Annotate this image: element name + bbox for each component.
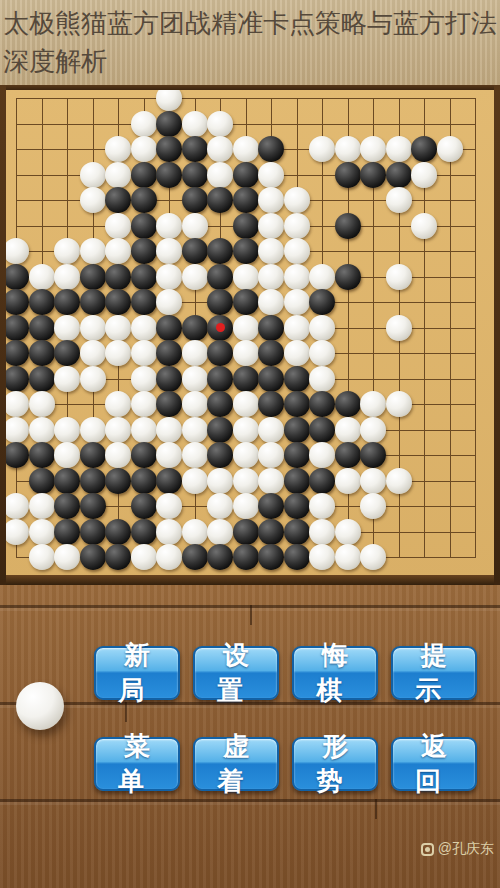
- title-bar: 太极熊猫蓝方团战精准卡点策略与蓝方打法深度解析: [0, 0, 500, 85]
- white-stone: [131, 391, 157, 417]
- black-stone: [29, 315, 55, 341]
- white-stone: [258, 442, 284, 468]
- black-stone: [182, 315, 208, 341]
- hint-button[interactable]: 提示: [391, 646, 477, 700]
- black-stone: [131, 162, 157, 188]
- white-stone: [131, 136, 157, 162]
- black-stone: [3, 315, 29, 341]
- white-stone: [386, 264, 412, 290]
- white-stone: [80, 417, 106, 443]
- weibo-icon: [421, 843, 434, 856]
- black-stone: [207, 340, 233, 366]
- white-stone: [335, 136, 361, 162]
- white-stone: [207, 493, 233, 519]
- white-stone: [309, 366, 335, 392]
- black-stone: [3, 289, 29, 315]
- white-stone: [131, 417, 157, 443]
- white-stone: [105, 391, 131, 417]
- white-stone: [29, 417, 55, 443]
- pass-button[interactable]: 虚着: [193, 737, 279, 791]
- black-stone: [105, 468, 131, 494]
- white-stone: [182, 213, 208, 239]
- white-stone: [3, 391, 29, 417]
- white-stone: [309, 136, 335, 162]
- white-stone: [258, 162, 284, 188]
- black-stone: [233, 162, 259, 188]
- white-stone: [182, 519, 208, 545]
- black-stone: [233, 544, 259, 570]
- white-stone: [182, 264, 208, 290]
- black-stone: [80, 468, 106, 494]
- watermark: @孔庆东: [421, 840, 494, 858]
- board-frame-top: [0, 85, 500, 90]
- white-stone: [3, 417, 29, 443]
- white-stone: [80, 340, 106, 366]
- black-stone: [207, 264, 233, 290]
- watermark-handle: @孔庆东: [438, 840, 494, 858]
- black-stone: [258, 519, 284, 545]
- go-board[interactable]: [0, 85, 500, 585]
- white-stone: [182, 391, 208, 417]
- black-stone: [309, 417, 335, 443]
- white-stone: [105, 340, 131, 366]
- black-stone: [54, 468, 80, 494]
- white-stone: [258, 468, 284, 494]
- white-stone: [156, 544, 182, 570]
- black-stone: [284, 417, 310, 443]
- white-stone: [360, 417, 386, 443]
- white-stone: [284, 340, 310, 366]
- white-stone: [156, 264, 182, 290]
- white-stone: [131, 111, 157, 137]
- black-stone: [258, 544, 284, 570]
- white-stone: [54, 544, 80, 570]
- white-stone: [3, 238, 29, 264]
- black-stone: [207, 391, 233, 417]
- black-stone: [182, 238, 208, 264]
- black-stone: [258, 340, 284, 366]
- black-stone: [335, 442, 361, 468]
- black-stone: [3, 264, 29, 290]
- undo-button[interactable]: 悔棋: [292, 646, 378, 700]
- white-stone: [386, 187, 412, 213]
- black-stone: [131, 213, 157, 239]
- black-stone: [3, 366, 29, 392]
- white-stone: [258, 187, 284, 213]
- black-stone: [309, 289, 335, 315]
- black-stone: [182, 136, 208, 162]
- plank-seam: [250, 605, 252, 625]
- white-stone: [54, 264, 80, 290]
- black-stone: [29, 289, 55, 315]
- black-stone: [233, 366, 259, 392]
- white-stone: [29, 493, 55, 519]
- white-stone: [437, 136, 463, 162]
- white-stone: [182, 468, 208, 494]
- white-stone: [156, 442, 182, 468]
- white-stone: [29, 519, 55, 545]
- black-stone: [284, 442, 310, 468]
- black-stone: [54, 289, 80, 315]
- black-stone: [207, 442, 233, 468]
- black-stone: [54, 519, 80, 545]
- white-stone: [105, 442, 131, 468]
- white-stone: [156, 289, 182, 315]
- black-stone: [207, 366, 233, 392]
- white-stone: [335, 468, 361, 494]
- black-stone: [54, 493, 80, 519]
- white-stone: [131, 366, 157, 392]
- black-stone: [258, 315, 284, 341]
- black-stone: [182, 544, 208, 570]
- white-stone: [360, 391, 386, 417]
- black-stone: [233, 519, 259, 545]
- black-stone: [105, 519, 131, 545]
- black-stone: [360, 442, 386, 468]
- white-stone: [411, 213, 437, 239]
- back-button[interactable]: 返回: [391, 737, 477, 791]
- white-stone: [258, 213, 284, 239]
- white-stone: [80, 366, 106, 392]
- white-stone: [360, 544, 386, 570]
- black-stone: [182, 162, 208, 188]
- white-stone: [29, 391, 55, 417]
- black-stone: [105, 544, 131, 570]
- black-stone: [131, 468, 157, 494]
- white-stone: [29, 264, 55, 290]
- black-stone: [182, 187, 208, 213]
- white-stone: [3, 519, 29, 545]
- black-stone: [233, 213, 259, 239]
- white-stone: [156, 213, 182, 239]
- black-stone: [131, 289, 157, 315]
- black-stone: [284, 544, 310, 570]
- black-stone: [284, 391, 310, 417]
- black-stone: [386, 162, 412, 188]
- white-stone-ball: [16, 682, 64, 730]
- white-stone: [233, 442, 259, 468]
- white-stone: [105, 136, 131, 162]
- white-stone: [284, 315, 310, 341]
- black-stone: [411, 136, 437, 162]
- black-stone: [105, 289, 131, 315]
- white-stone: [105, 417, 131, 443]
- white-stone: [182, 442, 208, 468]
- white-stone: [309, 519, 335, 545]
- black-stone: [309, 468, 335, 494]
- black-stone: [131, 493, 157, 519]
- white-stone: [54, 442, 80, 468]
- white-stone: [309, 264, 335, 290]
- black-stone: [131, 187, 157, 213]
- white-stone: [80, 238, 106, 264]
- white-stone: [54, 366, 80, 392]
- grid-line-vertical: [475, 98, 476, 558]
- white-stone: [411, 162, 437, 188]
- white-stone: [105, 162, 131, 188]
- white-stone: [335, 519, 361, 545]
- white-stone: [386, 136, 412, 162]
- new-game-button[interactable]: 新局: [94, 646, 180, 700]
- black-stone: [335, 162, 361, 188]
- black-stone: [156, 315, 182, 341]
- white-stone: [131, 544, 157, 570]
- white-stone: [335, 417, 361, 443]
- black-stone: [156, 391, 182, 417]
- white-stone: [386, 391, 412, 417]
- black-stone: [284, 493, 310, 519]
- white-stone: [284, 289, 310, 315]
- black-stone: [207, 544, 233, 570]
- black-stone: [360, 162, 386, 188]
- white-stone: [258, 289, 284, 315]
- black-stone: [156, 366, 182, 392]
- white-stone: [105, 315, 131, 341]
- black-stone: [233, 187, 259, 213]
- black-stone: [233, 238, 259, 264]
- black-stone: [80, 442, 106, 468]
- white-stone: [233, 417, 259, 443]
- black-stone: [284, 468, 310, 494]
- white-stone: [258, 264, 284, 290]
- black-stone: [80, 264, 106, 290]
- white-stone: [335, 544, 361, 570]
- white-stone: [207, 136, 233, 162]
- white-stone: [182, 340, 208, 366]
- white-stone: [258, 417, 284, 443]
- white-stone: [80, 162, 106, 188]
- white-stone: [284, 264, 310, 290]
- white-stone: [105, 213, 131, 239]
- black-stone: [156, 111, 182, 137]
- score-estimate-button[interactable]: 形势: [292, 737, 378, 791]
- white-stone: [156, 493, 182, 519]
- black-stone: [335, 391, 361, 417]
- white-stone: [182, 366, 208, 392]
- white-stone: [233, 340, 259, 366]
- bottom-panel: @孔庆东 新局设置悔棋提示菜单虚着形势返回: [0, 585, 500, 888]
- black-stone: [156, 136, 182, 162]
- white-stone: [309, 544, 335, 570]
- black-stone: [29, 366, 55, 392]
- white-stone: [360, 493, 386, 519]
- white-stone: [131, 340, 157, 366]
- black-stone: [335, 213, 361, 239]
- white-stone: [233, 468, 259, 494]
- black-stone: [131, 238, 157, 264]
- white-stone: [233, 391, 259, 417]
- white-stone: [309, 315, 335, 341]
- black-stone: [207, 417, 233, 443]
- black-stone: [131, 442, 157, 468]
- white-stone: [80, 187, 106, 213]
- board-frame-right: [494, 85, 500, 585]
- black-stone: [29, 340, 55, 366]
- white-stone: [360, 136, 386, 162]
- white-stone: [131, 315, 157, 341]
- white-stone: [207, 519, 233, 545]
- white-stone: [233, 136, 259, 162]
- black-stone: [309, 391, 335, 417]
- settings-button[interactable]: 设置: [193, 646, 279, 700]
- white-stone: [156, 238, 182, 264]
- white-stone: [258, 238, 284, 264]
- black-stone: [258, 366, 284, 392]
- white-stone: [80, 315, 106, 341]
- white-stone: [207, 468, 233, 494]
- white-stone: [309, 442, 335, 468]
- board-frame-bottom: [0, 575, 500, 585]
- plank-seam: [375, 799, 377, 819]
- black-stone: [156, 468, 182, 494]
- white-stone: [54, 417, 80, 443]
- white-stone: [29, 544, 55, 570]
- black-stone: [80, 493, 106, 519]
- black-stone: [80, 519, 106, 545]
- white-stone: [284, 213, 310, 239]
- white-stone: [386, 315, 412, 341]
- black-stone: [29, 468, 55, 494]
- white-stone: [156, 519, 182, 545]
- black-stone: [284, 366, 310, 392]
- white-stone: [284, 238, 310, 264]
- black-stone: [54, 340, 80, 366]
- black-stone: [80, 544, 106, 570]
- white-stone: [309, 340, 335, 366]
- white-stone: [54, 238, 80, 264]
- black-stone: [258, 391, 284, 417]
- white-stone: [386, 468, 412, 494]
- black-stone: [156, 162, 182, 188]
- white-stone: [360, 468, 386, 494]
- black-stone: [207, 238, 233, 264]
- board-frame-left: [0, 85, 6, 585]
- white-stone: [182, 111, 208, 137]
- black-stone: [29, 442, 55, 468]
- white-stone: [309, 493, 335, 519]
- white-stone: [54, 315, 80, 341]
- white-stone: [284, 187, 310, 213]
- last-move-marker: [216, 323, 225, 332]
- white-stone: [207, 162, 233, 188]
- black-stone: [258, 493, 284, 519]
- black-stone: [335, 264, 361, 290]
- page-title: 太极熊猫蓝方团战精准卡点策略与蓝方打法深度解析: [3, 4, 497, 80]
- black-stone: [80, 289, 106, 315]
- black-stone: [207, 187, 233, 213]
- black-stone: [131, 519, 157, 545]
- black-stone: [284, 519, 310, 545]
- white-stone: [3, 493, 29, 519]
- white-stone: [207, 111, 233, 137]
- white-stone: [182, 417, 208, 443]
- white-stone: [156, 417, 182, 443]
- black-stone: [105, 187, 131, 213]
- black-stone: [258, 136, 284, 162]
- black-stone: [105, 264, 131, 290]
- menu-button[interactable]: 菜单: [94, 737, 180, 791]
- white-stone: [233, 315, 259, 341]
- black-stone: [156, 340, 182, 366]
- black-stone: [3, 442, 29, 468]
- black-stone: [131, 264, 157, 290]
- white-stone: [105, 238, 131, 264]
- grid-line-vertical: [450, 98, 451, 558]
- black-stone: [233, 289, 259, 315]
- white-stone: [233, 264, 259, 290]
- black-stone: [3, 340, 29, 366]
- black-stone: [207, 289, 233, 315]
- white-stone: [233, 493, 259, 519]
